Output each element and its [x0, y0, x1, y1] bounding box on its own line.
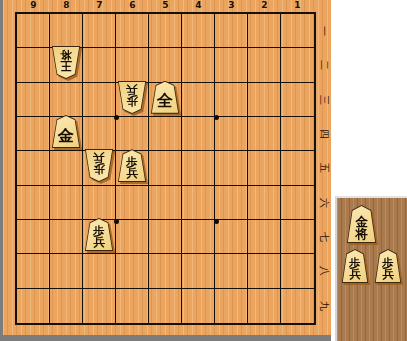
window-border-bottom	[0, 335, 331, 341]
piece-kanji: 将	[355, 228, 368, 240]
square-3i[interactable]	[215, 289, 248, 323]
square-5h[interactable]	[149, 254, 182, 288]
square-1e[interactable]	[281, 151, 314, 185]
square-3a[interactable]	[215, 14, 248, 48]
square-9a[interactable]	[17, 14, 50, 48]
piece-kanji: 兵	[126, 168, 138, 179]
square-9h[interactable]	[17, 254, 50, 288]
square-7i[interactable]	[83, 289, 116, 323]
piece-kanji: 兵	[382, 269, 394, 280]
square-4e[interactable]	[182, 151, 215, 185]
square-4i[interactable]	[182, 289, 215, 323]
piece-sente-gold[interactable]: 金	[51, 115, 81, 148]
square-2f[interactable]	[248, 186, 281, 220]
square-3c[interactable]	[215, 83, 248, 117]
rank-label-3: 三	[317, 83, 331, 117]
rank-label-7: 七	[317, 220, 331, 254]
square-1c[interactable]	[281, 83, 314, 117]
square-9d[interactable]	[17, 117, 50, 151]
square-9c[interactable]	[17, 83, 50, 117]
piece-sente-pawn[interactable]: 歩兵	[341, 249, 369, 283]
shogi-app-window: 987654321 一二三四五六七八九 王将歩兵全金歩兵歩兵歩兵 金将歩兵歩兵	[0, 0, 407, 341]
file-label-6: 6	[116, 0, 149, 11]
square-1h[interactable]	[281, 254, 314, 288]
rank-label-2: 二	[317, 48, 331, 82]
file-label-1: 1	[281, 0, 314, 11]
square-4b[interactable]	[182, 48, 215, 82]
file-label-9: 9	[17, 0, 50, 11]
square-1g[interactable]	[281, 220, 314, 254]
piece-sente-pawn[interactable]: 歩兵	[374, 249, 402, 283]
square-3h[interactable]	[215, 254, 248, 288]
square-3e[interactable]	[215, 151, 248, 185]
piece-gote-pawn[interactable]: 歩兵	[117, 81, 147, 114]
square-5i[interactable]	[149, 289, 182, 323]
square-7d[interactable]	[83, 117, 116, 151]
star-point	[114, 219, 119, 224]
piece-kanji: 兵	[93, 237, 105, 248]
square-5g[interactable]	[149, 220, 182, 254]
square-3f[interactable]	[215, 186, 248, 220]
square-2c[interactable]	[248, 83, 281, 117]
piece-sente-promoted-silver[interactable]: 全	[150, 81, 180, 114]
square-1f[interactable]	[281, 186, 314, 220]
file-label-8: 8	[50, 0, 83, 11]
piece-sente-pawn[interactable]: 歩兵	[84, 218, 114, 251]
square-8c[interactable]	[50, 83, 83, 117]
square-6i[interactable]	[116, 289, 149, 323]
square-9b[interactable]	[17, 48, 50, 82]
square-3g[interactable]	[215, 220, 248, 254]
rank-label-5: 五	[317, 151, 331, 185]
rank-label-8: 八	[317, 254, 331, 288]
square-4d[interactable]	[182, 117, 215, 151]
square-7a[interactable]	[83, 14, 116, 48]
square-4g[interactable]	[182, 220, 215, 254]
rank-label-4: 四	[317, 117, 331, 151]
square-4c[interactable]	[182, 83, 215, 117]
square-6g[interactable]	[116, 220, 149, 254]
square-1a[interactable]	[281, 14, 314, 48]
piece-kanji: 兵	[349, 269, 361, 280]
piece-sente-pawn[interactable]: 歩兵	[117, 149, 147, 182]
square-2a[interactable]	[248, 14, 281, 48]
square-1b[interactable]	[281, 48, 314, 82]
piece-kanji: 金	[58, 128, 74, 145]
square-8i[interactable]	[50, 289, 83, 323]
square-6d[interactable]	[116, 117, 149, 151]
piece-kanji: 兵	[93, 152, 105, 163]
square-8a[interactable]	[50, 14, 83, 48]
square-5b[interactable]	[149, 48, 182, 82]
piece-kanji: 将	[60, 49, 72, 60]
square-3b[interactable]	[215, 48, 248, 82]
square-5e[interactable]	[149, 151, 182, 185]
piece-gote-pawn[interactable]: 歩兵	[84, 149, 114, 182]
square-9f[interactable]	[17, 186, 50, 220]
square-4h[interactable]	[182, 254, 215, 288]
file-label-2: 2	[248, 0, 281, 11]
piece-gote-king[interactable]: 王将	[51, 46, 81, 79]
square-7c[interactable]	[83, 83, 116, 117]
square-9e[interactable]	[17, 151, 50, 185]
square-2d[interactable]	[248, 117, 281, 151]
square-7h[interactable]	[83, 254, 116, 288]
square-2h[interactable]	[248, 254, 281, 288]
square-6h[interactable]	[116, 254, 149, 288]
square-5d[interactable]	[149, 117, 182, 151]
square-5f[interactable]	[149, 186, 182, 220]
square-8e[interactable]	[50, 151, 83, 185]
square-9g[interactable]	[17, 220, 50, 254]
piece-sente-gold[interactable]: 金将	[346, 205, 377, 243]
rank-label-6: 六	[317, 186, 331, 220]
square-4f[interactable]	[182, 186, 215, 220]
square-8g[interactable]	[50, 220, 83, 254]
star-point	[114, 115, 119, 120]
square-9i[interactable]	[17, 289, 50, 323]
square-3d[interactable]	[215, 117, 248, 151]
square-2g[interactable]	[248, 220, 281, 254]
file-label-5: 5	[149, 0, 182, 11]
square-5a[interactable]	[149, 14, 182, 48]
star-point	[214, 219, 219, 224]
square-2i[interactable]	[248, 289, 281, 323]
piece-kanji: 兵	[126, 84, 138, 95]
star-point	[214, 115, 219, 120]
file-label-4: 4	[182, 0, 215, 11]
square-1i[interactable]	[281, 289, 314, 323]
square-6a[interactable]	[116, 14, 149, 48]
square-6b[interactable]	[116, 48, 149, 82]
rank-label-9: 九	[317, 289, 331, 323]
square-1d[interactable]	[281, 117, 314, 151]
square-4a[interactable]	[182, 14, 215, 48]
komadai-piece-stand: 金将歩兵歩兵	[335, 196, 407, 341]
square-6f[interactable]	[116, 186, 149, 220]
piece-kanji: 全	[157, 93, 173, 110]
square-7f[interactable]	[83, 186, 116, 220]
rank-label-1: 一	[317, 14, 331, 48]
square-8h[interactable]	[50, 254, 83, 288]
square-8f[interactable]	[50, 186, 83, 220]
square-2b[interactable]	[248, 48, 281, 82]
square-7b[interactable]	[83, 48, 116, 82]
file-label-3: 3	[215, 0, 248, 11]
file-label-7: 7	[83, 0, 116, 11]
square-2e[interactable]	[248, 151, 281, 185]
